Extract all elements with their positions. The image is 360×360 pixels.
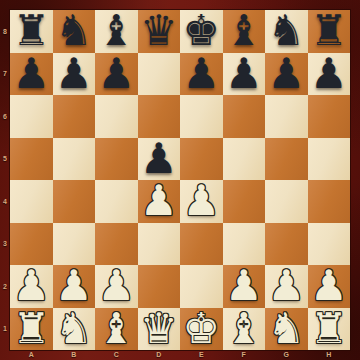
square-b5[interactable] [53, 138, 96, 181]
black-pawn-a7[interactable]: ♟ [12, 53, 50, 96]
white-bishop-c1[interactable]: ♝ [97, 308, 135, 351]
square-b3[interactable] [53, 223, 96, 266]
square-b6[interactable] [53, 95, 96, 138]
rank-label-1: 1 [0, 308, 10, 351]
file-label-d: D [138, 349, 181, 360]
square-c1[interactable]: ♝ [95, 308, 138, 351]
square-a8[interactable]: ♜ [10, 10, 53, 53]
square-a1[interactable]: ♜ [10, 308, 53, 351]
square-e8[interactable]: ♚ [180, 10, 223, 53]
black-knight-g8[interactable]: ♞ [267, 10, 305, 53]
white-knight-g1[interactable]: ♞ [267, 308, 305, 351]
square-a4[interactable] [10, 180, 53, 223]
square-e4[interactable]: ♟ [180, 180, 223, 223]
square-a2[interactable]: ♟ [10, 265, 53, 308]
square-g6[interactable] [265, 95, 308, 138]
square-h2[interactable]: ♟ [308, 265, 351, 308]
square-d7[interactable] [138, 53, 181, 96]
square-e7[interactable]: ♟ [180, 53, 223, 96]
square-h4[interactable] [308, 180, 351, 223]
square-h6[interactable] [308, 95, 351, 138]
black-pawn-f7[interactable]: ♟ [225, 53, 263, 96]
square-c6[interactable] [95, 95, 138, 138]
white-rook-h1[interactable]: ♜ [310, 308, 348, 351]
white-queen-d1[interactable]: ♛ [140, 308, 178, 351]
square-f7[interactable]: ♟ [223, 53, 266, 96]
black-bishop-f8[interactable]: ♝ [225, 10, 263, 53]
square-f4[interactable] [223, 180, 266, 223]
board-frame: ♜♞♝♛♚♝♞♜♟♟♟♟♟♟♟♟♟♟♟♟♟♟♟♟♜♞♝♛♚♝♞♜ 8765432… [0, 0, 360, 360]
black-bishop-c8[interactable]: ♝ [97, 10, 135, 53]
white-rook-a1[interactable]: ♜ [12, 308, 50, 351]
square-g7[interactable]: ♟ [265, 53, 308, 96]
square-d2[interactable] [138, 265, 181, 308]
square-h7[interactable]: ♟ [308, 53, 351, 96]
white-pawn-e4[interactable]: ♟ [182, 180, 220, 223]
black-pawn-d5[interactable]: ♟ [140, 138, 178, 181]
white-pawn-h2[interactable]: ♟ [310, 265, 348, 308]
black-knight-b8[interactable]: ♞ [55, 10, 93, 53]
file-label-a: A [10, 349, 53, 360]
square-b4[interactable] [53, 180, 96, 223]
square-b2[interactable]: ♟ [53, 265, 96, 308]
white-knight-b1[interactable]: ♞ [55, 308, 93, 351]
rank-label-8: 8 [0, 10, 10, 53]
rank-label-5: 5 [0, 138, 10, 181]
square-a3[interactable] [10, 223, 53, 266]
square-a7[interactable]: ♟ [10, 53, 53, 96]
file-label-f: F [223, 349, 266, 360]
white-pawn-g2[interactable]: ♟ [267, 265, 305, 308]
square-c8[interactable]: ♝ [95, 10, 138, 53]
square-c2[interactable]: ♟ [95, 265, 138, 308]
square-c4[interactable] [95, 180, 138, 223]
square-e1[interactable]: ♚ [180, 308, 223, 351]
square-d8[interactable]: ♛ [138, 10, 181, 53]
square-b7[interactable]: ♟ [53, 53, 96, 96]
square-e3[interactable] [180, 223, 223, 266]
square-g8[interactable]: ♞ [265, 10, 308, 53]
square-f1[interactable]: ♝ [223, 308, 266, 351]
square-h5[interactable] [308, 138, 351, 181]
square-b8[interactable]: ♞ [53, 10, 96, 53]
square-d5[interactable]: ♟ [138, 138, 181, 181]
square-f3[interactable] [223, 223, 266, 266]
file-label-h: H [308, 349, 351, 360]
rank-label-6: 6 [0, 95, 10, 138]
square-e6[interactable] [180, 95, 223, 138]
square-d1[interactable]: ♛ [138, 308, 181, 351]
square-e5[interactable] [180, 138, 223, 181]
square-f6[interactable] [223, 95, 266, 138]
square-g2[interactable]: ♟ [265, 265, 308, 308]
black-pawn-b7[interactable]: ♟ [55, 53, 93, 96]
file-label-e: E [180, 349, 223, 360]
square-d3[interactable] [138, 223, 181, 266]
square-g3[interactable] [265, 223, 308, 266]
square-a5[interactable] [10, 138, 53, 181]
square-h3[interactable] [308, 223, 351, 266]
white-pawn-d4[interactable]: ♟ [140, 180, 178, 223]
square-d4[interactable]: ♟ [138, 180, 181, 223]
square-g5[interactable] [265, 138, 308, 181]
rank-label-3: 3 [0, 223, 10, 266]
file-label-b: B [53, 349, 96, 360]
file-label-c: C [95, 349, 138, 360]
black-rook-a8[interactable]: ♜ [12, 10, 50, 53]
square-e2[interactable] [180, 265, 223, 308]
square-f2[interactable]: ♟ [223, 265, 266, 308]
black-rook-h8[interactable]: ♜ [310, 10, 348, 53]
white-bishop-f1[interactable]: ♝ [225, 308, 263, 351]
white-pawn-a2[interactable]: ♟ [12, 265, 50, 308]
square-c7[interactable]: ♟ [95, 53, 138, 96]
square-h1[interactable]: ♜ [308, 308, 351, 351]
black-pawn-c7[interactable]: ♟ [97, 53, 135, 96]
square-f5[interactable] [223, 138, 266, 181]
white-pawn-c2[interactable]: ♟ [97, 265, 135, 308]
chess-board: ♜♞♝♛♚♝♞♜♟♟♟♟♟♟♟♟♟♟♟♟♟♟♟♟♜♞♝♛♚♝♞♜ [10, 10, 350, 350]
white-king-e1[interactable]: ♚ [182, 308, 220, 351]
square-g1[interactable]: ♞ [265, 308, 308, 351]
square-g4[interactable] [265, 180, 308, 223]
black-queen-d8[interactable]: ♛ [140, 10, 178, 53]
black-king-e8[interactable]: ♚ [182, 10, 220, 53]
rank-label-4: 4 [0, 180, 10, 223]
square-a6[interactable] [10, 95, 53, 138]
square-f8[interactable]: ♝ [223, 10, 266, 53]
square-c5[interactable] [95, 138, 138, 181]
white-pawn-b2[interactable]: ♟ [55, 265, 93, 308]
square-h8[interactable]: ♜ [308, 10, 351, 53]
black-pawn-e7[interactable]: ♟ [182, 53, 220, 96]
black-pawn-h7[interactable]: ♟ [310, 53, 348, 96]
square-b1[interactable]: ♞ [53, 308, 96, 351]
square-d6[interactable] [138, 95, 181, 138]
rank-label-7: 7 [0, 53, 10, 96]
black-pawn-g7[interactable]: ♟ [267, 53, 305, 96]
square-c3[interactable] [95, 223, 138, 266]
rank-label-2: 2 [0, 265, 10, 308]
white-pawn-f2[interactable]: ♟ [225, 265, 263, 308]
file-label-g: G [265, 349, 308, 360]
